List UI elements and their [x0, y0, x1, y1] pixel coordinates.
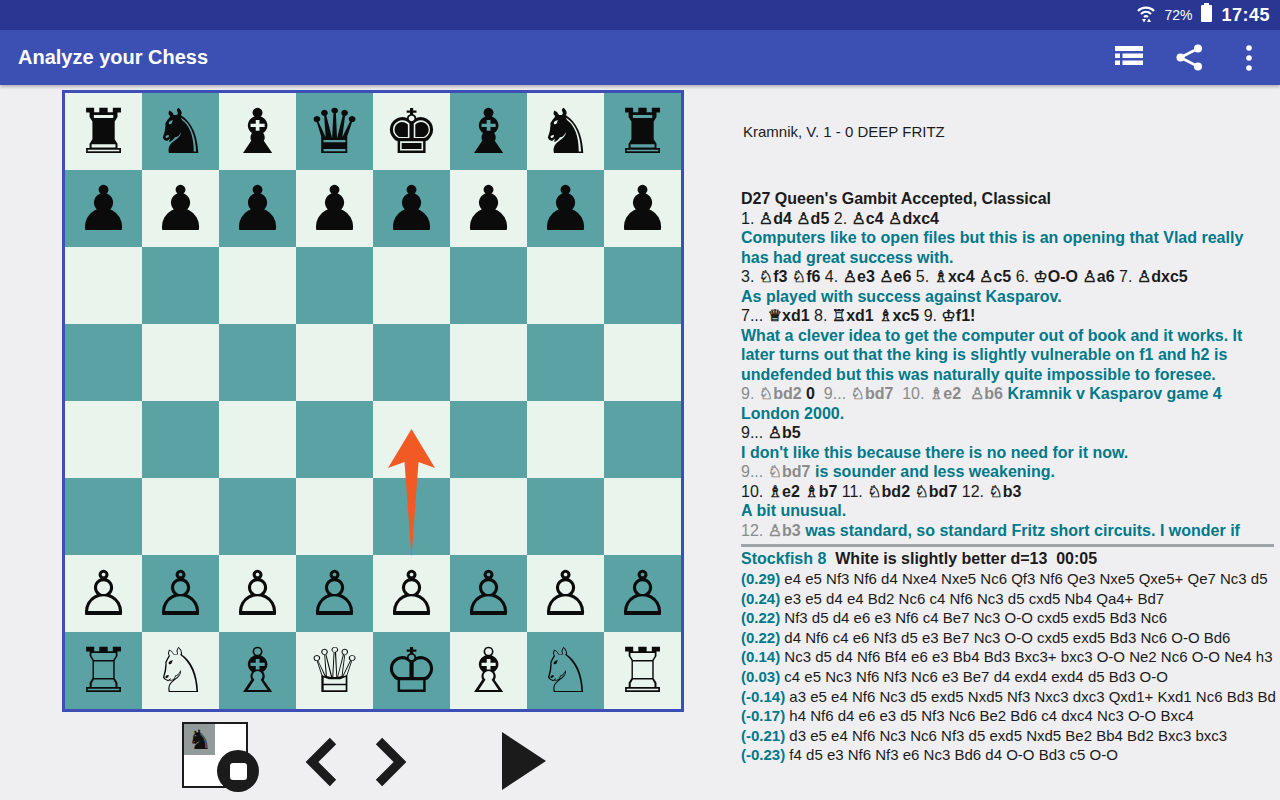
engine-pv: e4 e5 Nf3 Nf6 d4 Nxe4 Nxe5 Nc6 Qf3 Nf6 Q… [784, 570, 1267, 587]
battery-icon [1200, 3, 1213, 27]
notation-paragraph: 9. ♘bd2 0 9... ♘bd7 10. ♗e2 ♙b6 Kramnik … [741, 384, 1274, 423]
square-g5[interactable] [527, 324, 604, 401]
move-number [961, 385, 970, 402]
move-number: 9. [741, 385, 759, 402]
engine-pv: f4 d5 e3 Nf6 Nf3 e6 Nc3 Bd6 d4 O-O Bd3 c… [789, 746, 1118, 763]
square-f8[interactable]: ♝ [450, 93, 527, 170]
notation-panel: Kramnik, V. 1 - 0 DEEP FRITZ D27 Queen's… [738, 85, 1274, 800]
white-pawn: ♙ [384, 555, 440, 632]
move-list-icon[interactable] [1114, 43, 1144, 73]
white-pawn: ♙ [153, 555, 209, 632]
move[interactable]: ♙dxc5 [1137, 268, 1188, 285]
square-g4[interactable] [527, 401, 604, 478]
engine-line[interactable]: (0.22) d4 Nf6 c4 e6 Nf3 d5 e3 Be7 Nc3 O-… [741, 628, 1277, 648]
square-b1[interactable]: ♘ [142, 632, 219, 709]
move[interactable]: ♙dxc4 [888, 210, 939, 227]
square-a5[interactable] [65, 324, 142, 401]
square-e7[interactable]: ♟ [373, 170, 450, 247]
square-f6[interactable] [450, 247, 527, 324]
square-b6[interactable] [142, 247, 219, 324]
engine-eval: (-0.23) [741, 746, 789, 763]
engine-line[interactable]: (-0.21) d3 e5 e4 Nf6 Nc3 Nc6 Nf3 d5 exd5… [741, 726, 1277, 746]
move[interactable]: ♙d4 [759, 210, 792, 227]
share-icon[interactable] [1174, 43, 1204, 73]
square-h1[interactable]: ♖ [604, 632, 681, 709]
engine-eval: (0.29) [741, 570, 784, 587]
move[interactable]: ♘f3 [759, 268, 788, 285]
square-d6[interactable] [296, 247, 373, 324]
square-g1[interactable]: ♘ [527, 632, 604, 709]
square-f7[interactable]: ♟ [450, 170, 527, 247]
square-f1[interactable]: ♗ [450, 632, 527, 709]
notation-paragraph: 3. ♘f3 ♘f6 4. ♙e3 ♙e6 5. ♗xc4 ♙c5 6. ♔O-… [741, 267, 1274, 287]
engine-eval: (0.24) [741, 590, 784, 607]
white-pawn: ♙ [76, 555, 132, 632]
white-bishop: ♗ [461, 632, 517, 709]
white-knight: ♘ [538, 632, 594, 709]
square-c8[interactable]: ♝ [219, 93, 296, 170]
black-rook: ♜ [615, 93, 671, 170]
square-g7[interactable]: ♟ [527, 170, 604, 247]
move[interactable]: ♗b7 [804, 483, 837, 500]
move[interactable]: ♖xd1 [832, 307, 874, 324]
white-pawn: ♙ [307, 555, 363, 632]
square-h3[interactable] [604, 478, 681, 555]
square-e2[interactable]: ♙ [373, 555, 450, 632]
engine-pv: Nc3 d5 d4 Nf6 Bf4 e6 e3 Bb4 Bd3 Bxc3+ bx… [784, 648, 1272, 665]
square-e5[interactable] [373, 324, 450, 401]
white-pawn: ♙ [461, 555, 517, 632]
square-a8[interactable]: ♜ [65, 93, 142, 170]
move[interactable]: ♙e6 [879, 268, 911, 285]
square-b2[interactable]: ♙ [142, 555, 219, 632]
move[interactable]: ♙e3 [843, 268, 875, 285]
move[interactable]: ♘bd7 [851, 385, 894, 402]
square-a2[interactable]: ♙ [65, 555, 142, 632]
black-pawn: ♟ [461, 170, 517, 247]
move[interactable]: ♙b6 [970, 385, 1003, 402]
white-queen: ♕ [307, 632, 363, 709]
move[interactable]: ♘f6 [792, 268, 821, 285]
engine-header: Stockfish 8 White is slightly better d=1… [741, 549, 1274, 569]
notation-paragraph: 12. ♙b3 was standard, so standard Fritz … [741, 521, 1274, 541]
square-g6[interactable] [527, 247, 604, 324]
move-number: 7. [1115, 268, 1137, 285]
move[interactable]: ♔O-O [1033, 268, 1078, 285]
notation-paragraph: A bit unusual. [741, 501, 1274, 521]
move[interactable]: ♘b3 [988, 483, 1021, 500]
move[interactable]: ♙c4 [852, 210, 884, 227]
notation-paragraph: As played with success against Kasparov. [741, 287, 1274, 307]
engine-eval: (0.14) [741, 648, 784, 665]
square-c7[interactable]: ♟ [219, 170, 296, 247]
square-c4[interactable] [219, 401, 296, 478]
wifi-icon [1136, 3, 1156, 27]
engine-pv: c4 e5 Nc3 Nf6 Nf3 Nc6 e3 Be7 d4 exd4 exd… [784, 668, 1168, 685]
black-queen: ♛ [307, 93, 363, 170]
engine-eval: (0.22) [741, 629, 784, 646]
black-knight: ♞ [153, 93, 209, 170]
black-king: ♚ [384, 93, 440, 170]
white-knight: ♘ [153, 632, 209, 709]
move[interactable]: ♗xc4 [934, 268, 975, 285]
move-number: 5. [911, 268, 933, 285]
black-bishop: ♝ [461, 93, 517, 170]
square-c1[interactable]: ♗ [219, 632, 296, 709]
engine-eval: (0.03) [741, 668, 784, 685]
white-bishop: ♗ [230, 632, 286, 709]
engine-line[interactable]: (-0.14) a3 e5 e4 Nf6 Nc3 d5 exd5 Nxd5 Nf… [741, 687, 1277, 707]
board-grid: ♜♞♝♛♚♝♞♜♟♟♟♟♟♟♟♟♙♙♙♙♙♙♙♙♖♘♗♕♔♗♘♖ [65, 93, 681, 709]
move-number: 1. [741, 210, 759, 227]
opening-name: D27 Queen's Gambit Accepted, Classical [741, 190, 1051, 207]
move-number: 11. [837, 483, 867, 500]
square-a7[interactable]: ♟ [65, 170, 142, 247]
move[interactable]: ♙d5 [796, 210, 829, 227]
engine-clock: 00:05 [1056, 550, 1097, 567]
move[interactable]: ♘bd7 [915, 483, 958, 500]
move[interactable]: ♘bd7 [768, 463, 811, 480]
square-b3[interactable] [142, 478, 219, 555]
engine-divider [741, 544, 1274, 547]
notation-paragraph: 9... ♘bd7 is sounder and less weakening. [741, 462, 1274, 482]
notation-paragraph: 1. ♙d4 ♙d5 2. ♙c4 ♙dxc4 [741, 209, 1274, 229]
engine-pv: Nf3 d5 d4 e6 e3 Nf6 c4 Be7 Nc3 O-O cxd5 … [784, 609, 1167, 626]
square-d8[interactable]: ♛ [296, 93, 373, 170]
engine-line[interactable]: (-0.23) f4 d5 e3 Nf6 Nf3 e6 Nc3 Bd6 d4 O… [741, 745, 1277, 765]
move-number: 4. [820, 268, 842, 285]
engine-line[interactable]: (-0.17) h4 Nf6 d4 e6 e3 d5 Nf3 Nc6 Be2 B… [741, 706, 1277, 726]
white-pawn: ♙ [538, 555, 594, 632]
white-pawn: ♙ [615, 555, 671, 632]
square-b7[interactable]: ♟ [142, 170, 219, 247]
move[interactable]: ♗e2 [929, 385, 961, 402]
move-number: 10. [741, 483, 768, 500]
engine-status: White is slightly better d=13 [835, 550, 1047, 567]
engine-pv: e3 e5 d4 e4 Bd2 Nc6 c4 Nf6 Nc3 d5 cxd5 N… [784, 590, 1164, 607]
screen: 72% 17:45 Analyze your Chess [0, 0, 1280, 800]
comment-text: As played with success against Kasparov. [741, 288, 1062, 305]
move-number: 9... [815, 385, 851, 402]
status-time: 17:45 [1221, 5, 1270, 26]
battery-percent: 72% [1164, 7, 1192, 23]
square-h8[interactable]: ♜ [604, 93, 681, 170]
engine-eval: (-0.21) [741, 727, 789, 744]
engine-line[interactable]: (0.14) Nc3 d5 d4 Nf6 Bf4 e6 e3 Bb4 Bd3 B… [741, 647, 1277, 667]
white-rook: ♖ [615, 632, 671, 709]
chess-board: ♜♞♝♛♚♝♞♜♟♟♟♟♟♟♟♟♙♙♙♙♙♙♙♙♖♘♗♕♔♗♘♖ [62, 90, 684, 712]
engine-pv: h4 Nf6 d4 e6 e3 d5 Nf3 Nc6 Be2 Bd6 c4 dx… [789, 707, 1193, 724]
square-a6[interactable] [65, 247, 142, 324]
square-h5[interactable] [604, 324, 681, 401]
move[interactable]: ♗xc5 [878, 307, 919, 324]
move-number: 8. [810, 307, 832, 324]
square-d7[interactable]: ♟ [296, 170, 373, 247]
square-b5[interactable] [142, 324, 219, 401]
comment-text: A bit unusual. [741, 502, 846, 519]
black-pawn: ♟ [384, 170, 440, 247]
black-rook: ♜ [76, 93, 132, 170]
comment-text: is sounder and less weakening. [810, 463, 1055, 480]
square-c3[interactable] [219, 478, 296, 555]
comment-text: What a clever idea to get the computer o… [741, 327, 1242, 383]
move-number: 6. [1011, 268, 1033, 285]
move-number: 7... [741, 307, 768, 324]
move-number: 3. [741, 268, 759, 285]
overflow-menu-icon[interactable] [1234, 43, 1264, 73]
notation-paragraph: 10. ♗e2 ♗b7 11. ♘bd2 ♘bd7 12. ♘b3 [741, 482, 1274, 502]
square-g8[interactable]: ♞ [527, 93, 604, 170]
square-e6[interactable] [373, 247, 450, 324]
move-number: 10. [893, 385, 929, 402]
square-c5[interactable] [219, 324, 296, 401]
square-e8[interactable]: ♚ [373, 93, 450, 170]
notation-paragraph: What a clever idea to get the computer o… [741, 326, 1274, 385]
square-h2[interactable]: ♙ [604, 555, 681, 632]
engine-eval: (0.22) [741, 609, 784, 626]
square-e3[interactable] [373, 478, 450, 555]
comment-text: was standard, so standard Fritz short ci… [801, 522, 1240, 539]
previous-move-icon[interactable] [300, 734, 344, 794]
move[interactable]: ♗e2 [768, 483, 800, 500]
square-c2[interactable]: ♙ [219, 555, 296, 632]
square-f4[interactable] [450, 401, 527, 478]
square-d5[interactable] [296, 324, 373, 401]
status-bar: 72% 17:45 [0, 0, 1280, 30]
engine-eval: (-0.17) [741, 707, 789, 724]
engine-line[interactable]: (0.24) e3 e5 d4 e4 Bd2 Nc6 c4 Nf6 Nc3 d5… [741, 589, 1277, 609]
move-number: 12. [741, 522, 768, 539]
move[interactable]: ♙a6 [1083, 268, 1115, 285]
game-header: Kramnik, V. 1 - 0 DEEP FRITZ [743, 123, 1274, 140]
square-d1[interactable]: ♕ [296, 632, 373, 709]
engine-eval: (-0.14) [741, 688, 789, 705]
black-bishop: ♝ [230, 93, 286, 170]
notation-paragraph: Computers like to open files but this is… [741, 228, 1274, 267]
engine-pv: d3 e5 e4 Nf6 Nc3 Nc6 Nf3 d5 exd5 Nxd5 Be… [789, 727, 1227, 744]
move[interactable]: ♙c5 [979, 268, 1011, 285]
black-pawn: ♟ [76, 170, 132, 247]
engine-line[interactable]: (0.29) e4 e5 Nf3 Nf6 d4 Nxe4 Nxe5 Nc6 Qf… [741, 569, 1277, 589]
square-c6[interactable] [219, 247, 296, 324]
comment-text: I don't like this because there is no ne… [741, 444, 1128, 461]
board-setup-stop-icon[interactable]: ♞ [182, 722, 248, 788]
engine-pv: a3 e5 e4 Nf6 Nc3 d5 exd5 Nxd5 Nf3 Nxc3 d… [789, 688, 1276, 705]
notation-paragraph: I don't like this because there is no ne… [741, 443, 1274, 463]
square-g3[interactable] [527, 478, 604, 555]
black-knight: ♞ [538, 93, 594, 170]
square-f2[interactable]: ♙ [450, 555, 527, 632]
white-rook: ♖ [76, 632, 132, 709]
engine-pv: d4 Nf6 c4 e6 Nf3 d5 e3 Be7 Nc3 O-O cxd5 … [784, 629, 1230, 646]
square-a1[interactable]: ♖ [65, 632, 142, 709]
move[interactable]: ♔f1! [942, 307, 976, 324]
black-pawn: ♟ [615, 170, 671, 247]
square-g2[interactable]: ♙ [527, 555, 604, 632]
square-d2[interactable]: ♙ [296, 555, 373, 632]
engine-name: Stockfish 8 [741, 550, 826, 567]
move-number: 12. [957, 483, 988, 500]
white-king: ♔ [384, 632, 440, 709]
app-bar: Analyze your Chess [0, 30, 1280, 85]
move[interactable]: ♙b3 [768, 522, 801, 539]
square-d3[interactable] [296, 478, 373, 555]
square-f3[interactable] [450, 478, 527, 555]
play-icon[interactable] [498, 730, 548, 796]
move-number: 9... [741, 463, 768, 480]
square-e4[interactable] [373, 401, 450, 478]
move-number: 9. [919, 307, 941, 324]
square-h6[interactable] [604, 247, 681, 324]
move[interactable]: ♘bd2 [867, 483, 910, 500]
square-h7[interactable]: ♟ [604, 170, 681, 247]
square-a4[interactable] [65, 401, 142, 478]
square-e1[interactable]: ♔ [373, 632, 450, 709]
move[interactable]: ♙b5 [768, 424, 801, 441]
engine-line[interactable]: (0.03) c4 e5 Nc3 Nf6 Nf3 Nc6 e3 Be7 d4 e… [741, 667, 1277, 687]
white-pawn: ♙ [230, 555, 286, 632]
page-title: Analyze your Chess [18, 46, 1114, 69]
move-number: 9... [741, 424, 768, 441]
square-b4[interactable] [142, 401, 219, 478]
black-pawn: ♟ [230, 170, 286, 247]
square-h4[interactable] [604, 401, 681, 478]
move-number: 2. [829, 210, 851, 227]
mini-knight-square: ♞ [184, 724, 215, 755]
engine-lines: (0.29) e4 e5 Nf3 Nf6 d4 Nxe4 Nxe5 Nc6 Qf… [741, 569, 1274, 765]
notation-body: D27 Queen's Gambit Accepted, Classical1.… [741, 189, 1274, 540]
move[interactable]: ♕xd1 [768, 307, 810, 324]
engine-line[interactable]: (0.22) Nf3 d5 d4 e6 e3 Nf6 c4 Be7 Nc3 O-… [741, 608, 1277, 628]
black-pawn: ♟ [153, 170, 209, 247]
notation-paragraph: D27 Queen's Gambit Accepted, Classical [741, 189, 1274, 209]
next-move-icon[interactable] [368, 734, 412, 794]
black-pawn: ♟ [307, 170, 363, 247]
square-f5[interactable] [450, 324, 527, 401]
stop-icon [217, 750, 259, 792]
notation-paragraph: 9... ♙b5 [741, 423, 1274, 443]
square-d4[interactable] [296, 401, 373, 478]
square-a3[interactable] [65, 478, 142, 555]
square-b8[interactable]: ♞ [142, 93, 219, 170]
comment-text: Computers like to open files but this is… [741, 229, 1243, 266]
move[interactable]: ♘bd2 [759, 385, 802, 402]
move[interactable]: 0 [806, 385, 815, 402]
black-pawn: ♟ [538, 170, 594, 247]
notation-paragraph: 7... ♕xd1 8. ♖xd1 ♗xc5 9. ♔f1! [741, 306, 1274, 326]
